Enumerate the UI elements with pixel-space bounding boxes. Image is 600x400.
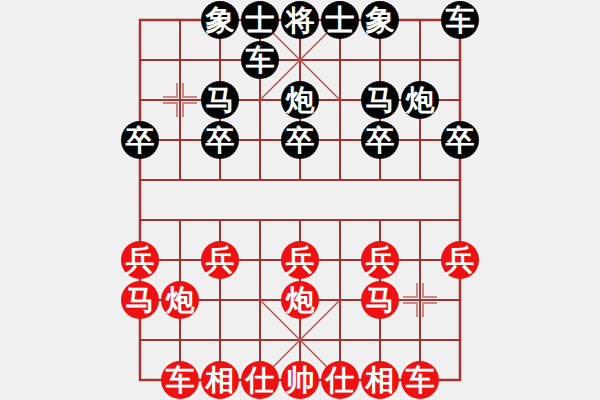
marker-bracket — [403, 302, 418, 317]
piece-red-chariot[interactable]: 车 — [401, 361, 439, 399]
piece-red-soldier[interactable]: 兵 — [201, 241, 239, 279]
piece-black-elephant[interactable]: 象 — [201, 1, 239, 39]
marker-bracket — [163, 83, 178, 98]
piece-red-horse[interactable]: 马 — [121, 281, 159, 319]
piece-black-soldier[interactable]: 卒 — [201, 121, 239, 159]
marker-bracket — [422, 302, 437, 317]
piece-red-elephant[interactable]: 相 — [201, 361, 239, 399]
piece-black-advisor[interactable]: 士 — [321, 1, 359, 39]
piece-black-chariot[interactable]: 车 — [441, 1, 479, 39]
last-move-marker — [403, 283, 437, 317]
piece-black-soldier[interactable]: 卒 — [281, 121, 319, 159]
piece-red-elephant[interactable]: 相 — [361, 361, 399, 399]
marker-bracket — [422, 283, 437, 298]
marker-bracket — [163, 102, 178, 117]
piece-red-soldier[interactable]: 兵 — [361, 241, 399, 279]
piece-black-advisor[interactable]: 士 — [241, 1, 279, 39]
piece-black-horse[interactable]: 马 — [361, 81, 399, 119]
piece-red-chariot[interactable]: 车 — [161, 361, 199, 399]
piece-black-cannon[interactable]: 炮 — [281, 81, 319, 119]
piece-red-cannon[interactable]: 炮 — [281, 281, 319, 319]
piece-red-advisor[interactable]: 仕 — [241, 361, 279, 399]
piece-red-general[interactable]: 帅 — [281, 361, 319, 399]
board-grid — [0, 0, 600, 400]
piece-black-soldier[interactable]: 卒 — [121, 121, 159, 159]
last-move-marker — [163, 83, 197, 117]
piece-red-soldier[interactable]: 兵 — [441, 241, 479, 279]
piece-red-soldier[interactable]: 兵 — [281, 241, 319, 279]
marker-bracket — [182, 102, 197, 117]
xiangqi-board[interactable]: 象士将士象车车马炮马炮卒卒卒卒卒兵兵兵兵兵马炮炮马车相仕帅仕相车 — [0, 0, 600, 400]
piece-red-soldier[interactable]: 兵 — [121, 241, 159, 279]
piece-black-elephant[interactable]: 象 — [361, 1, 399, 39]
piece-black-soldier[interactable]: 卒 — [441, 121, 479, 159]
piece-red-horse[interactable]: 马 — [361, 281, 399, 319]
piece-black-horse[interactable]: 马 — [201, 81, 239, 119]
piece-black-chariot[interactable]: 车 — [241, 41, 279, 79]
piece-black-soldier[interactable]: 卒 — [361, 121, 399, 159]
piece-red-advisor[interactable]: 仕 — [321, 361, 359, 399]
piece-black-cannon[interactable]: 炮 — [401, 81, 439, 119]
piece-black-general[interactable]: 将 — [281, 1, 319, 39]
piece-red-cannon[interactable]: 炮 — [161, 281, 199, 319]
marker-bracket — [182, 83, 197, 98]
marker-bracket — [403, 283, 418, 298]
